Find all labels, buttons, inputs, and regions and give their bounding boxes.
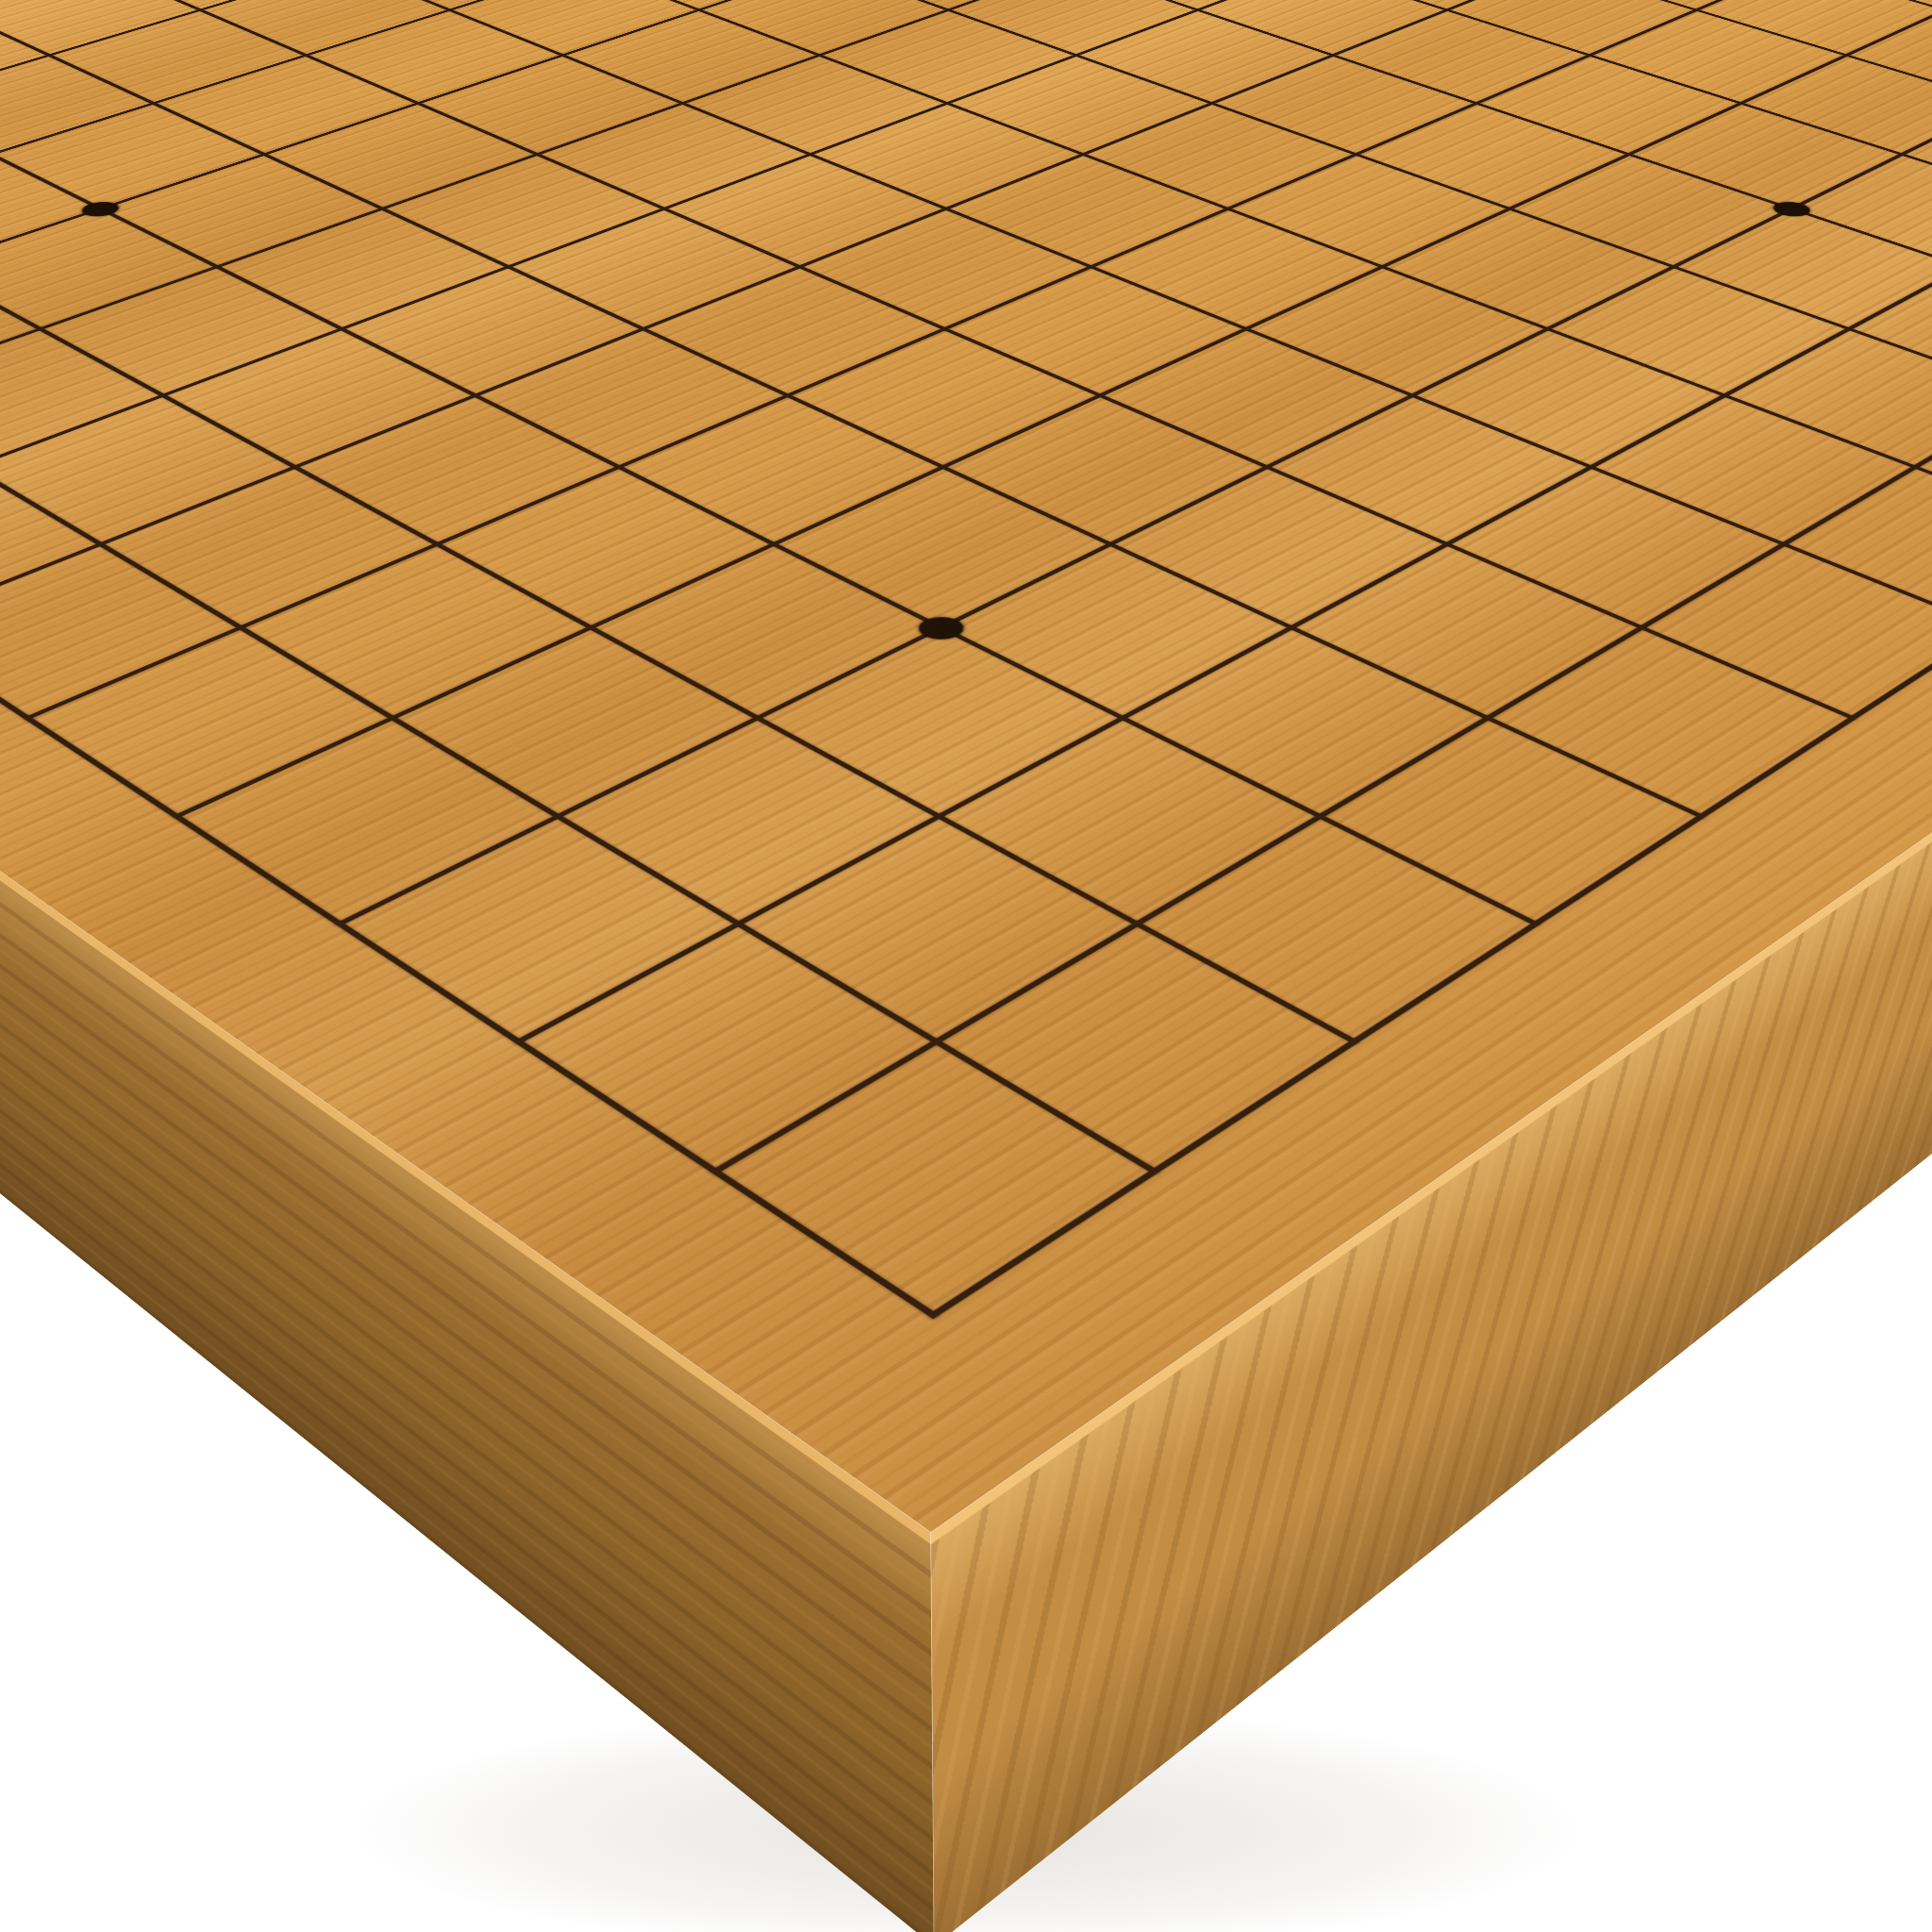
grid-line-horizontal — [0, 0, 1857, 721]
grid-line-horizontal — [98, 0, 1932, 397]
grid-line-horizontal — [0, 0, 1360, 1045]
grid-line-horizontal — [788, 0, 1932, 11]
grid-line-horizontal — [0, 0, 1707, 819]
grid-line-horizontal — [0, 0, 1932, 630]
grid-line-vertical — [0, 0, 1932, 630]
grid-line-vertical — [0, 0, 1207, 57]
grid-line-horizontal — [209, 0, 1932, 330]
grid-line-horizontal — [418, 0, 1932, 210]
grid-line-vertical — [0, 0, 1932, 546]
grid-line-vertical — [513, 0, 1932, 1045]
grid-line-vertical — [0, 0, 1489, 210]
grid-line-vertical — [0, 0, 1297, 105]
grid-line-horizontal — [0, 0, 1541, 926]
grid-line-vertical — [0, 0, 1696, 330]
grid-line-vertical — [0, 0, 1923, 469]
photo-backdrop — [0, 0, 1932, 1932]
grid-line-horizontal — [0, 0, 1932, 469]
grid-line-vertical — [23, 0, 1932, 721]
grid-line-vertical — [172, 0, 1932, 819]
grid-line-horizontal — [610, 0, 1932, 105]
grid-line-vertical — [0, 0, 1121, 11]
grid-line-horizontal — [701, 0, 1932, 57]
grid-line-horizontal — [516, 0, 1932, 156]
grid-line-vertical — [0, 0, 1591, 269]
hoshi-star-point — [1766, 199, 1817, 219]
grid-line-vertical — [335, 0, 1932, 926]
hoshi-star-point — [909, 612, 973, 643]
grid-line-vertical — [0, 0, 1391, 156]
grid-line-vertical — [0, 0, 1807, 397]
hoshi-star-point — [75, 199, 126, 219]
grid-line-horizontal — [0, 0, 1932, 546]
grid-line-horizontal — [316, 0, 1932, 269]
goban — [0, 0, 1932, 1532]
